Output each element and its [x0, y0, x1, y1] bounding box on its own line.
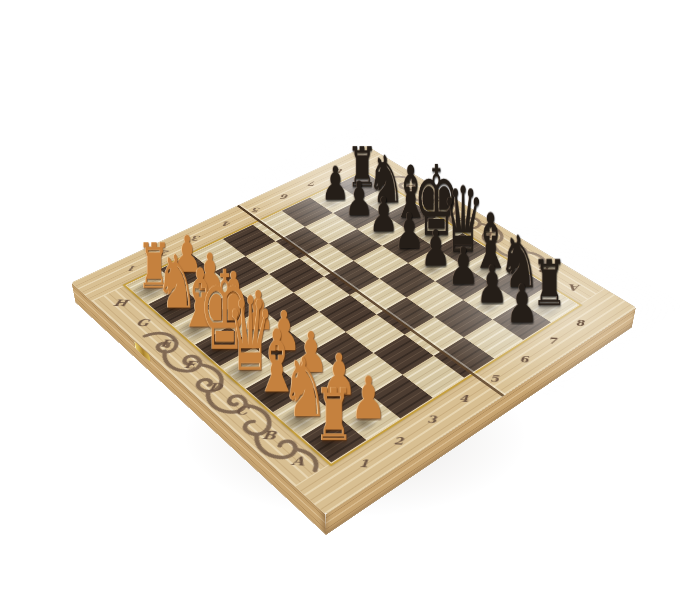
file-label-near-e: E — [176, 357, 203, 373]
board-anchor: ♜♞♝♛♚♝♞♜♟♟♟♟♟♟♟♟♟♟♟♟♟♟♟♟♜♞♝♛♚♝♞♜ AABBCCD… — [150, 95, 550, 495]
chess-set-photo: ♜♞♝♛♚♝♞♜♟♟♟♟♟♟♟♟♟♟♟♟♟♟♟♟♜♞♝♛♚♝♞♜ AABBCCD… — [0, 0, 700, 603]
file-label-near-g: G — [129, 316, 156, 330]
